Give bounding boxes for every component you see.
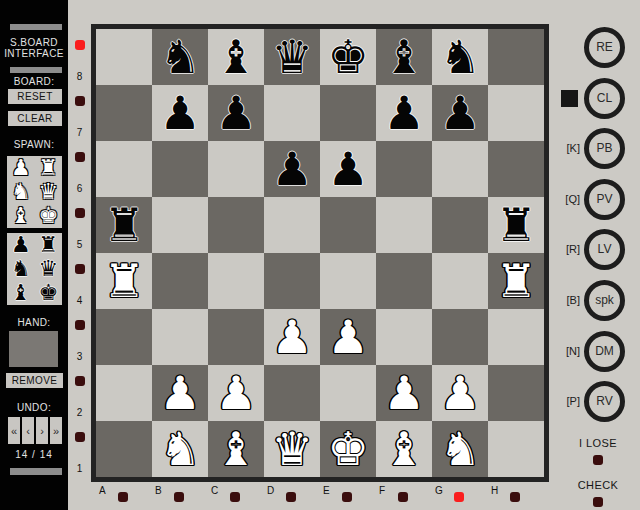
square-a7[interactable] — [96, 85, 152, 141]
spawn-section-label: SPAWN: — [0, 139, 68, 150]
square-a5[interactable]: ♜ — [96, 197, 152, 253]
piece-white-king: ♚ — [327, 421, 368, 477]
square-f6[interactable] — [376, 141, 432, 197]
check-label: CHECK — [578, 479, 619, 491]
square-h1[interactable] — [488, 421, 544, 477]
rank-gutter-8: 8 — [70, 29, 89, 85]
file-marker-led-f — [398, 492, 408, 502]
square-g4[interactable] — [432, 253, 488, 309]
rank-gutter: 87654321 — [70, 29, 89, 477]
hand-display-box — [9, 331, 58, 367]
square-d2[interactable] — [264, 365, 320, 421]
rank-marker-led-6 — [75, 152, 85, 162]
square-g3[interactable] — [432, 309, 488, 365]
square-f3[interactable] — [376, 309, 432, 365]
rs-row-cl: CL — [556, 77, 640, 119]
piece-black-pawn: ♟ — [327, 141, 368, 197]
piece-black-rook: ♜ — [495, 197, 536, 253]
piece-white-pawn: ♟ — [327, 309, 368, 365]
square-h6[interactable] — [488, 141, 544, 197]
spawn-panel-black: ♟♜♞♛♝♚ — [7, 233, 62, 305]
redo-all-button[interactable]: » — [50, 417, 62, 444]
square-b2[interactable]: ♟ — [152, 365, 208, 421]
square-a6[interactable] — [96, 141, 152, 197]
undo-counter: 14 / 14 — [0, 449, 68, 460]
piece-key-label-b: [B] — [556, 294, 580, 306]
piece-key-label-p: [P] — [556, 395, 580, 407]
spawn-black-knight[interactable]: ♞ — [11, 257, 31, 281]
file-gutter-a: A — [96, 483, 152, 503]
file-label-h: H — [491, 485, 498, 496]
square-f4[interactable] — [376, 253, 432, 309]
piece-black-bishop: ♝ — [383, 29, 424, 85]
rank-label-3: 3 — [77, 351, 83, 362]
piece-black-rook: ♜ — [103, 197, 144, 253]
file-marker-led-h — [510, 492, 520, 502]
file-label-d: D — [267, 485, 274, 496]
piece-white-pawn: ♟ — [215, 365, 256, 421]
piece-black-pawn: ♟ — [159, 85, 200, 141]
spawn-black-queen[interactable]: ♛ — [38, 257, 58, 281]
file-marker-led-g — [454, 492, 464, 502]
piece-white-bishop: ♝ — [215, 421, 256, 477]
piece-white-queen: ♛ — [271, 421, 312, 477]
square-a3[interactable] — [96, 309, 152, 365]
square-c3[interactable] — [208, 309, 264, 365]
square-h3[interactable] — [488, 309, 544, 365]
piece-white-pawn: ♟ — [439, 365, 480, 421]
square-h4[interactable]: ♜ — [488, 253, 544, 309]
piece-key-label-n: [N] — [556, 345, 580, 357]
square-e4[interactable] — [320, 253, 376, 309]
square-a1[interactable] — [96, 421, 152, 477]
square-c8[interactable]: ♝ — [208, 29, 264, 85]
square-c5[interactable] — [208, 197, 264, 253]
rank-gutter-2: 2 — [70, 365, 89, 421]
file-gutter-g: G — [432, 483, 488, 503]
spawn-black-rook[interactable]: ♜ — [38, 233, 58, 257]
pv-button[interactable]: PV — [584, 179, 625, 220]
board-section-label: BOARD: — [0, 76, 68, 87]
piece-black-queen: ♛ — [271, 29, 312, 85]
piece-white-bishop: ♝ — [383, 421, 424, 477]
divider-bar — [10, 468, 62, 475]
remove-button[interactable]: REMOVE — [6, 373, 63, 388]
spawn-white-rook[interactable]: ♜ — [38, 156, 58, 180]
undo-controls: «‹›» — [8, 417, 62, 444]
square-f1[interactable]: ♝ — [376, 421, 432, 477]
file-marker-led-c — [230, 492, 240, 502]
file-gutter-e: E — [320, 483, 376, 503]
rs-row-pv: [Q]PV — [556, 178, 640, 220]
undo-section-label: UNDO: — [0, 402, 68, 413]
square-a4[interactable]: ♜ — [96, 253, 152, 309]
file-gutter-h: H — [488, 483, 544, 503]
square-g8[interactable]: ♞ — [432, 29, 488, 85]
spawn-white-bishop[interactable]: ♝ — [11, 204, 31, 228]
square-c4[interactable] — [208, 253, 264, 309]
square-e1[interactable]: ♚ — [320, 421, 376, 477]
i-lose-label: I LOSE — [579, 437, 617, 449]
square-b6[interactable] — [152, 141, 208, 197]
spawn-black-bishop[interactable]: ♝ — [11, 281, 31, 305]
square-d6[interactable]: ♟ — [264, 141, 320, 197]
square-c2[interactable]: ♟ — [208, 365, 264, 421]
rs-row-rv: [P]RV — [556, 380, 640, 422]
square-d7[interactable] — [264, 85, 320, 141]
file-label-e: E — [323, 485, 330, 496]
piece-white-pawn: ♟ — [159, 365, 200, 421]
rank-label-2: 2 — [77, 407, 83, 418]
i-lose-indicator-led — [593, 455, 603, 465]
spawn-black-king[interactable]: ♚ — [38, 281, 58, 305]
piece-white-knight: ♞ — [439, 421, 480, 477]
side-to-move-indicator — [561, 90, 578, 107]
square-b5[interactable] — [152, 197, 208, 253]
square-f2[interactable]: ♟ — [376, 365, 432, 421]
square-c6[interactable] — [208, 141, 264, 197]
piece-white-pawn: ♟ — [383, 365, 424, 421]
spawn-white-queen[interactable]: ♛ — [38, 180, 58, 204]
piece-key-label-r: [R] — [556, 243, 580, 255]
spawn-black-pawn[interactable]: ♟ — [11, 233, 31, 257]
rank-label-6: 6 — [77, 183, 83, 194]
file-marker-led-b — [174, 492, 184, 502]
right-sidebar: I LOSE CHECK RECL[K]PB[Q]PV[R]LV[B]spk[N… — [556, 0, 640, 510]
square-c7[interactable]: ♟ — [208, 85, 264, 141]
file-label-f: F — [379, 485, 385, 496]
clear-button[interactable]: CLEAR — [8, 111, 62, 126]
rank-label-1: 1 — [77, 463, 83, 474]
square-g2[interactable]: ♟ — [432, 365, 488, 421]
chess-board-interface: S.BOARD INTERFACE BOARD: RESET CLEAR SPA… — [0, 0, 640, 510]
rank-marker-led-7 — [75, 96, 85, 106]
spk-button[interactable]: spk — [584, 280, 625, 321]
rs-row-re: RE — [556, 26, 640, 68]
piece-black-pawn: ♟ — [439, 85, 480, 141]
piece-key-label-q: [Q] — [556, 193, 580, 205]
board: ♞♝♛♚♝♞♟♟♟♟♟♟♜♜♜♜♟♟♟♟♟♟♞♝♛♚♝♞ — [91, 24, 549, 482]
square-d1[interactable]: ♛ — [264, 421, 320, 477]
square-b4[interactable] — [152, 253, 208, 309]
file-label-g: G — [435, 485, 443, 496]
rank-label-5: 5 — [77, 239, 83, 250]
square-a8[interactable] — [96, 29, 152, 85]
piece-white-pawn: ♟ — [271, 309, 312, 365]
square-g1[interactable]: ♞ — [432, 421, 488, 477]
dm-button[interactable]: DM — [584, 331, 625, 372]
square-b1[interactable]: ♞ — [152, 421, 208, 477]
square-e2[interactable] — [320, 365, 376, 421]
hand-section-label: HAND: — [0, 317, 68, 328]
rank-gutter-7: 7 — [70, 85, 89, 141]
spawn-panel-white: ♟♜♞♛♝♚ — [7, 156, 62, 228]
file-label-a: A — [99, 485, 106, 496]
lv-button[interactable]: LV — [584, 229, 625, 270]
rank-label-7: 7 — [77, 127, 83, 138]
rank-marker-led-3 — [75, 320, 85, 330]
square-h5[interactable]: ♜ — [488, 197, 544, 253]
rank-marker-led-8 — [75, 40, 85, 50]
rank-gutter-3: 3 — [70, 309, 89, 365]
rs-row-lv: [R]LV — [556, 228, 640, 270]
file-gutter: ABCDEFGH — [96, 483, 544, 503]
app-title-line2: INTERFACE — [0, 48, 68, 59]
square-e5[interactable] — [320, 197, 376, 253]
rs-row-spk: [B]spk — [556, 279, 640, 321]
piece-white-knight: ♞ — [159, 421, 200, 477]
square-d8[interactable]: ♛ — [264, 29, 320, 85]
piece-black-pawn: ♟ — [215, 85, 256, 141]
piece-black-pawn: ♟ — [271, 141, 312, 197]
spawn-white-knight[interactable]: ♞ — [11, 180, 31, 204]
square-d3[interactable]: ♟ — [264, 309, 320, 365]
square-b7[interactable]: ♟ — [152, 85, 208, 141]
piece-black-bishop: ♝ — [215, 29, 256, 85]
check-indicator-led — [593, 497, 603, 507]
file-gutter-c: C — [208, 483, 264, 503]
rank-gutter-5: 5 — [70, 197, 89, 253]
square-e3[interactable]: ♟ — [320, 309, 376, 365]
rank-label-8: 8 — [77, 71, 83, 82]
file-label-b: B — [155, 485, 162, 496]
piece-white-rook: ♜ — [495, 253, 536, 309]
piece-key-label-k: [K] — [556, 142, 580, 154]
app-title-line1: S.BOARD — [0, 37, 68, 48]
reset-button[interactable]: RESET — [8, 89, 62, 104]
cl-button[interactable]: CL — [584, 78, 625, 119]
rank-gutter-6: 6 — [70, 141, 89, 197]
piece-black-knight: ♞ — [159, 29, 200, 85]
file-gutter-b: B — [152, 483, 208, 503]
rv-button[interactable]: RV — [584, 381, 625, 422]
square-b8[interactable]: ♞ — [152, 29, 208, 85]
spawn-white-king[interactable]: ♚ — [38, 204, 58, 228]
file-gutter-d: D — [264, 483, 320, 503]
re-button[interactable]: RE — [584, 27, 625, 68]
piece-black-knight: ♞ — [439, 29, 480, 85]
divider-bar — [10, 24, 62, 30]
file-marker-led-a — [118, 492, 128, 502]
square-g5[interactable] — [432, 197, 488, 253]
file-marker-led-e — [342, 492, 352, 502]
undo-all-button[interactable]: « — [8, 417, 20, 444]
rank-marker-led-5 — [75, 208, 85, 218]
square-d5[interactable] — [264, 197, 320, 253]
square-a2[interactable] — [96, 365, 152, 421]
spawn-white-pawn[interactable]: ♟ — [11, 156, 31, 180]
rs-row-dm: [N]DM — [556, 330, 640, 372]
rank-marker-led-1 — [75, 432, 85, 442]
piece-black-pawn: ♟ — [383, 85, 424, 141]
piece-white-rook: ♜ — [103, 253, 144, 309]
file-label-c: C — [211, 485, 218, 496]
divider-bar — [10, 67, 62, 73]
undo-button[interactable]: ‹ — [22, 417, 34, 444]
rank-marker-led-2 — [75, 376, 85, 386]
square-c1[interactable]: ♝ — [208, 421, 264, 477]
square-e6[interactable]: ♟ — [320, 141, 376, 197]
file-gutter-f: F — [376, 483, 432, 503]
square-f8[interactable]: ♝ — [376, 29, 432, 85]
square-e7[interactable] — [320, 85, 376, 141]
rank-marker-led-4 — [75, 264, 85, 274]
square-g7[interactable]: ♟ — [432, 85, 488, 141]
piece-black-king: ♚ — [327, 29, 368, 85]
square-f5[interactable] — [376, 197, 432, 253]
square-b3[interactable] — [152, 309, 208, 365]
rank-gutter-4: 4 — [70, 253, 89, 309]
rank-gutter-1: 1 — [70, 421, 89, 477]
rs-row-pb: [K]PB — [556, 127, 640, 169]
file-marker-led-d — [286, 492, 296, 502]
square-h2[interactable] — [488, 365, 544, 421]
square-h8[interactable] — [488, 29, 544, 85]
square-h7[interactable] — [488, 85, 544, 141]
square-e8[interactable]: ♚ — [320, 29, 376, 85]
left-sidebar: S.BOARD INTERFACE BOARD: RESET CLEAR SPA… — [0, 0, 68, 510]
square-g6[interactable] — [432, 141, 488, 197]
rank-label-4: 4 — [77, 295, 83, 306]
square-f7[interactable]: ♟ — [376, 85, 432, 141]
square-d4[interactable] — [264, 253, 320, 309]
redo-button[interactable]: › — [36, 417, 48, 444]
pb-button[interactable]: PB — [584, 128, 625, 169]
